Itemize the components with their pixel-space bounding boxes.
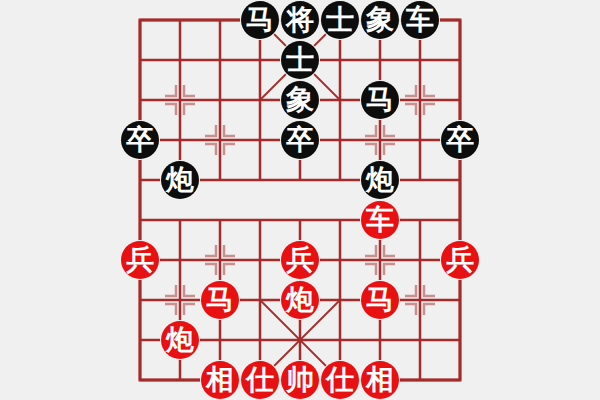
piece-black-horse-d10[interactable]: 马 bbox=[241, 1, 279, 39]
piece-black-elephant-e8[interactable]: 象 bbox=[281, 81, 319, 119]
piece-red-horse-c3[interactable]: 马 bbox=[201, 281, 239, 319]
piece-black-cannon-g6[interactable]: 炮 bbox=[361, 161, 399, 199]
piece-red-advisor-d1[interactable]: 仕 bbox=[241, 361, 279, 399]
piece-black-general-e10[interactable]: 将 bbox=[281, 1, 319, 39]
piece-red-soldier-a4[interactable]: 兵 bbox=[121, 241, 159, 279]
piece-red-chariot-g5[interactable]: 车 bbox=[361, 201, 399, 239]
piece-red-soldier-e4[interactable]: 兵 bbox=[281, 241, 319, 279]
piece-black-chariot-h10[interactable]: 车 bbox=[401, 1, 439, 39]
piece-black-soldier-i7[interactable]: 卒 bbox=[441, 121, 479, 159]
piece-black-horse-g8[interactable]: 马 bbox=[361, 81, 399, 119]
pieces-layer: 马将士象车士象马卒卒卒炮炮车兵兵兵马炮马炮相仕帅仕相 bbox=[0, 0, 600, 400]
piece-black-advisor-e9[interactable]: 士 bbox=[281, 41, 319, 79]
piece-black-elephant-g10[interactable]: 象 bbox=[361, 1, 399, 39]
piece-red-cannon-e3[interactable]: 炮 bbox=[281, 281, 319, 319]
piece-black-soldier-a7[interactable]: 卒 bbox=[121, 121, 159, 159]
piece-black-cannon-b6[interactable]: 炮 bbox=[161, 161, 199, 199]
piece-red-soldier-i4[interactable]: 兵 bbox=[441, 241, 479, 279]
piece-red-elephant-c1[interactable]: 相 bbox=[201, 361, 239, 399]
piece-black-advisor-f10[interactable]: 士 bbox=[321, 1, 359, 39]
piece-red-elephant-g1[interactable]: 相 bbox=[361, 361, 399, 399]
piece-black-soldier-e7[interactable]: 卒 bbox=[281, 121, 319, 159]
piece-red-advisor-f1[interactable]: 仕 bbox=[321, 361, 359, 399]
xiangqi-board: 马将士象车士象马卒卒卒炮炮车兵兵兵马炮马炮相仕帅仕相 bbox=[0, 0, 600, 400]
piece-red-general-e1[interactable]: 帅 bbox=[281, 361, 319, 399]
piece-red-cannon-b2[interactable]: 炮 bbox=[161, 321, 199, 359]
piece-red-horse-g3[interactable]: 马 bbox=[361, 281, 399, 319]
